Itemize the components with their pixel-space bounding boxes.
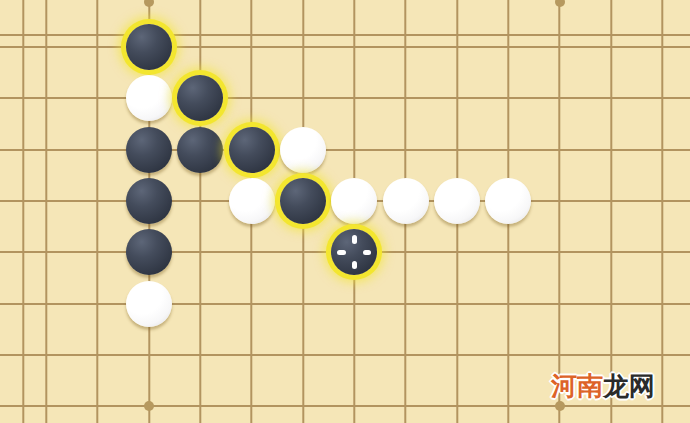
watermark-text-orange: 河南: [551, 371, 603, 401]
white-stone: [280, 127, 326, 173]
white-stone: [434, 178, 480, 224]
black-stone: [126, 127, 172, 173]
black-stone: [177, 127, 223, 173]
last-move-crosshair-icon: [352, 261, 357, 270]
black-stone: [126, 178, 172, 224]
gomoku-board[interactable]: 河南龙网: [0, 0, 690, 423]
black-stone-winline: [126, 24, 172, 70]
last-move-crosshair-icon: [363, 250, 372, 255]
watermark: 河南龙网: [551, 372, 655, 400]
white-stone: [383, 178, 429, 224]
watermark-text-dark: 龙网: [603, 371, 655, 401]
last-move-crosshair-icon: [337, 250, 346, 255]
white-stone: [126, 281, 172, 327]
black-stone-winline: [280, 178, 326, 224]
last-move-crosshair-icon: [352, 235, 357, 244]
white-stone: [229, 178, 275, 224]
black-stone-winline: [229, 127, 275, 173]
